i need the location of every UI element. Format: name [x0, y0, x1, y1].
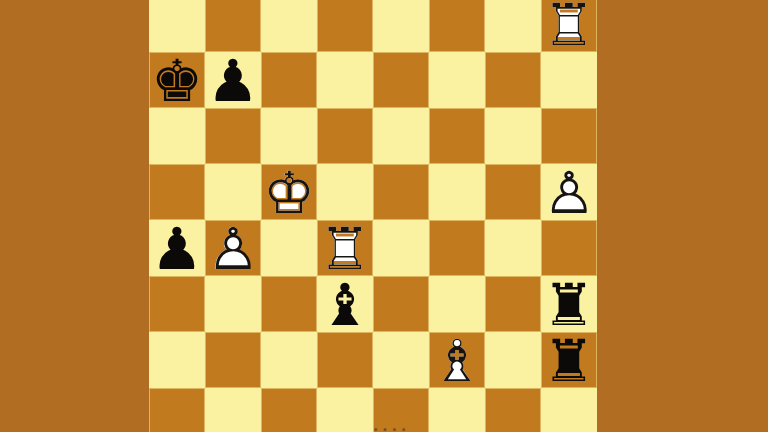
square-e4[interactable]: [373, 220, 429, 276]
square-h8[interactable]: ♜♖: [541, 0, 597, 52]
watermark-dots: ····: [373, 422, 410, 432]
black-piece-glyph: ♝: [317, 277, 373, 333]
white-pawn-h5: ♟♙: [541, 164, 597, 220]
black-king-a7: ♚: [149, 52, 205, 108]
white-piece-fill: ♟: [541, 165, 597, 221]
square-b4[interactable]: ♟♙: [205, 220, 261, 276]
scene: ♜♖♚♟♚♔♟♙♟♟♙♜♖♝♜♝♗♜ ····: [0, 0, 768, 432]
square-b3[interactable]: [205, 276, 261, 332]
square-d4[interactable]: ♜♖: [317, 220, 373, 276]
square-e3[interactable]: [373, 276, 429, 332]
black-pawn-b7: ♟: [205, 52, 261, 108]
square-b7[interactable]: ♟: [205, 52, 261, 108]
square-c5[interactable]: ♚♔: [261, 164, 317, 220]
square-g3[interactable]: [485, 276, 541, 332]
square-h1[interactable]: [541, 388, 597, 432]
square-h3[interactable]: ♜: [541, 276, 597, 332]
square-h7[interactable]: [541, 52, 597, 108]
square-c8[interactable]: [261, 0, 317, 52]
square-a7[interactable]: ♚: [149, 52, 205, 108]
square-h4[interactable]: [541, 220, 597, 276]
square-c3[interactable]: [261, 276, 317, 332]
black-piece-glyph: ♟: [149, 221, 205, 277]
white-piece-outline: ♖: [541, 0, 597, 53]
square-c1[interactable]: [261, 388, 317, 432]
black-rook-h3: ♜: [541, 276, 597, 332]
white-piece-outline: ♖: [317, 221, 373, 277]
square-g6[interactable]: [485, 108, 541, 164]
square-g2[interactable]: [485, 332, 541, 388]
white-bishop-f2: ♝♗: [429, 332, 485, 388]
square-d5[interactable]: [317, 164, 373, 220]
square-d6[interactable]: [317, 108, 373, 164]
square-a5[interactable]: [149, 164, 205, 220]
square-c6[interactable]: [261, 108, 317, 164]
white-rook-h8: ♜♖: [541, 0, 597, 52]
square-d2[interactable]: [317, 332, 373, 388]
square-g4[interactable]: [485, 220, 541, 276]
black-bishop-d3: ♝: [317, 276, 373, 332]
square-b2[interactable]: [205, 332, 261, 388]
square-a3[interactable]: [149, 276, 205, 332]
square-f4[interactable]: [429, 220, 485, 276]
white-king-c5: ♚♔: [261, 164, 317, 220]
black-piece-glyph: ♜: [541, 277, 597, 333]
white-piece-outline: ♔: [261, 165, 317, 221]
black-piece-glyph: ♚: [149, 53, 205, 109]
square-f1[interactable]: [429, 388, 485, 432]
square-h2[interactable]: ♜: [541, 332, 597, 388]
white-piece-outline: ♙: [205, 221, 261, 277]
square-d7[interactable]: [317, 52, 373, 108]
square-g1[interactable]: [485, 388, 541, 432]
square-f8[interactable]: [429, 0, 485, 52]
square-f7[interactable]: [429, 52, 485, 108]
square-c2[interactable]: [261, 332, 317, 388]
square-e2[interactable]: [373, 332, 429, 388]
square-d8[interactable]: [317, 0, 373, 52]
black-rook-h2: ♜: [541, 332, 597, 388]
square-e5[interactable]: [373, 164, 429, 220]
white-piece-outline: ♙: [541, 165, 597, 221]
white-pawn-b4: ♟♙: [205, 220, 261, 276]
white-piece-fill: ♜: [541, 0, 597, 53]
square-a2[interactable]: [149, 332, 205, 388]
square-a4[interactable]: ♟: [149, 220, 205, 276]
white-piece-fill: ♝: [429, 333, 485, 389]
square-g8[interactable]: [485, 0, 541, 52]
square-h6[interactable]: [541, 108, 597, 164]
square-f3[interactable]: [429, 276, 485, 332]
square-g5[interactable]: [485, 164, 541, 220]
square-h5[interactable]: ♟♙: [541, 164, 597, 220]
white-rook-d4: ♜♖: [317, 220, 373, 276]
square-d3[interactable]: ♝: [317, 276, 373, 332]
square-e7[interactable]: [373, 52, 429, 108]
black-piece-glyph: ♜: [541, 333, 597, 389]
square-f6[interactable]: [429, 108, 485, 164]
white-piece-fill: ♚: [261, 165, 317, 221]
square-b8[interactable]: [205, 0, 261, 52]
square-e6[interactable]: [373, 108, 429, 164]
square-c4[interactable]: [261, 220, 317, 276]
square-a1[interactable]: [149, 388, 205, 432]
square-e8[interactable]: [373, 0, 429, 52]
black-pawn-a4: ♟: [149, 220, 205, 276]
square-b6[interactable]: [205, 108, 261, 164]
square-b1[interactable]: [205, 388, 261, 432]
square-a6[interactable]: [149, 108, 205, 164]
black-piece-glyph: ♟: [205, 53, 261, 109]
square-c7[interactable]: [261, 52, 317, 108]
chess-board: ♜♖♚♟♚♔♟♙♟♟♙♜♖♝♜♝♗♜: [149, 0, 597, 432]
square-b5[interactable]: [205, 164, 261, 220]
square-d1[interactable]: [317, 388, 373, 432]
square-g7[interactable]: [485, 52, 541, 108]
square-f2[interactable]: ♝♗: [429, 332, 485, 388]
white-piece-fill: ♟: [205, 221, 261, 277]
white-piece-outline: ♗: [429, 333, 485, 389]
square-a8[interactable]: [149, 0, 205, 52]
square-f5[interactable]: [429, 164, 485, 220]
white-piece-fill: ♜: [317, 221, 373, 277]
